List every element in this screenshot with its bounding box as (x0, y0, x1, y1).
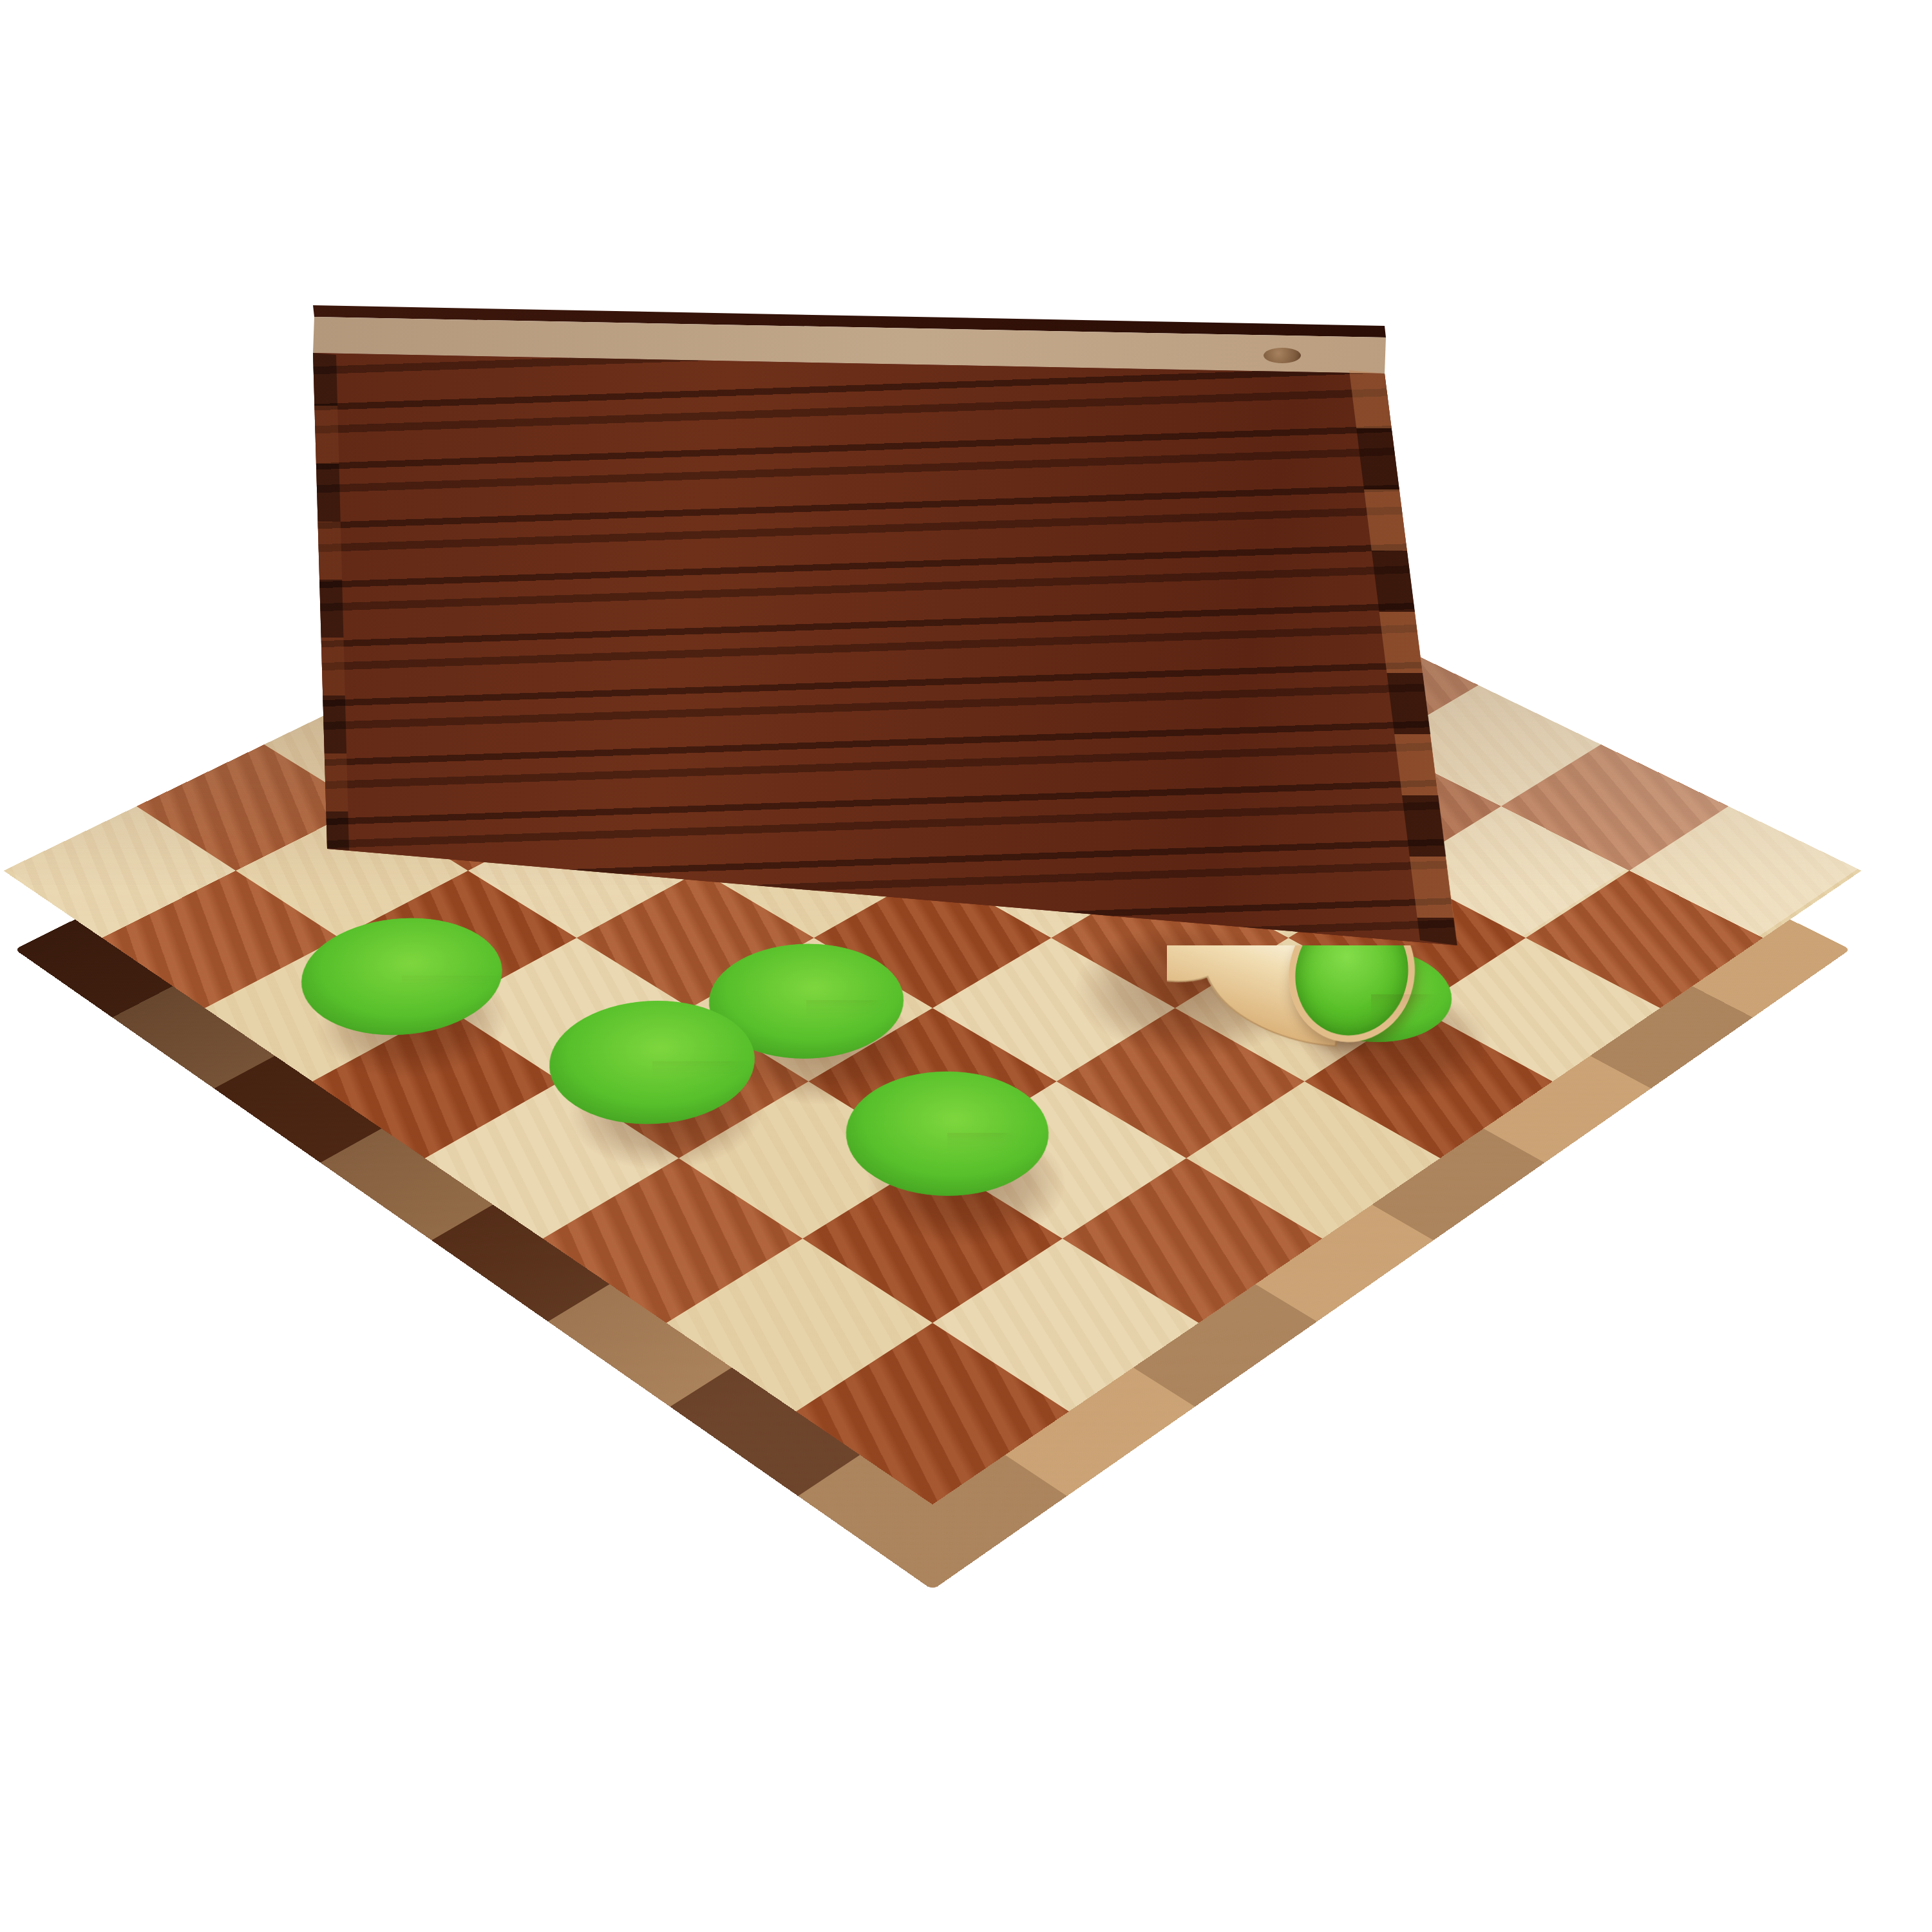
square-g3 (933, 1081, 1186, 1238)
square-e1 (425, 1081, 679, 1238)
square-g2 (802, 1158, 1062, 1323)
square-d1 (312, 1008, 560, 1158)
square-f2 (679, 1081, 933, 1238)
white-queen-shadow (634, 938, 1010, 1162)
square-h2 (933, 1238, 1198, 1411)
dark-rook-shadow (1207, 932, 1582, 1156)
white-queen-felt (668, 921, 943, 1083)
board-scene (0, 0, 1932, 1932)
square-h6 (1417, 938, 1660, 1081)
chess-set-photo: ♟♜♛♞♚♝ (0, 0, 1932, 1932)
box-finger-joints-right (0, 0, 1932, 1932)
square-d3 (576, 871, 813, 1008)
square-h4 (1186, 1081, 1440, 1238)
square-f3: ♞ (808, 1008, 1056, 1158)
box-finger-joints-left (0, 0, 1932, 1932)
square-g4 (1057, 1008, 1305, 1158)
square-h5 (1305, 1008, 1553, 1158)
white-knight-shadow (770, 1065, 1161, 1309)
square-b1 (102, 871, 339, 1008)
box-back-rim (0, 0, 1932, 1932)
square-g1 (667, 1238, 933, 1411)
square-h5 (1305, 1008, 1553, 1158)
square-f2 (679, 1081, 933, 1238)
square-h8 (1629, 806, 1862, 938)
square-e2: ♝ (560, 1008, 808, 1158)
square-h4 (1186, 1081, 1440, 1238)
dark-bishop-shadow (475, 996, 858, 1230)
white-king-shadow (225, 914, 598, 1135)
box-thumb-hole (1264, 348, 1301, 363)
square-f4 (933, 938, 1175, 1081)
square-e2 (560, 1008, 808, 1158)
square-g8 (1501, 744, 1728, 871)
square-g4 (1057, 1008, 1305, 1158)
pieces-scene: ♟♜♛♞♚♝ (0, 0, 1932, 1932)
dark-rook-felt (1257, 929, 1484, 1063)
square-h2 (933, 1238, 1198, 1411)
square-h7 (1526, 871, 1763, 1008)
square-d2 (448, 938, 690, 1081)
square-c2: ♚ (339, 871, 576, 1008)
square-e3 (690, 938, 933, 1081)
box-sliding-lid (0, 0, 1932, 1932)
square-g1 (667, 1238, 933, 1411)
square-g5: ♜ (1175, 938, 1418, 1081)
square-e3: ♛ (690, 938, 933, 1081)
square-g8 (1501, 744, 1728, 871)
square-h1 (796, 1323, 1069, 1504)
square-h3 (1063, 1158, 1322, 1323)
square-h7 (1526, 871, 1763, 1008)
square-c2 (339, 871, 576, 1008)
square-g3 (933, 1081, 1186, 1238)
square-d2 (448, 938, 690, 1081)
square-f3 (808, 1008, 1056, 1158)
square-f1 (543, 1158, 802, 1323)
dark-bishop-felt (507, 976, 797, 1151)
square-a1 (4, 806, 236, 938)
square-h1 (796, 1323, 1069, 1504)
square-h3 (1063, 1158, 1322, 1323)
box-front-panel (0, 0, 1932, 1932)
square-g2 (802, 1158, 1062, 1323)
square-h8 (1629, 806, 1862, 938)
white-king-felt (260, 895, 543, 1060)
square-h6 (1417, 938, 1660, 1081)
square-f4 (933, 938, 1175, 1081)
white-knight-felt (804, 1046, 1090, 1222)
square-f1 (543, 1158, 802, 1323)
square-c1 (205, 938, 448, 1081)
square-d3 (576, 871, 813, 1008)
square-c1 (205, 938, 448, 1081)
square-e1 (425, 1081, 679, 1238)
square-g5 (1175, 938, 1418, 1081)
square-d1 (312, 1008, 560, 1158)
square-b1 (102, 871, 339, 1008)
square-a1 (4, 806, 236, 938)
